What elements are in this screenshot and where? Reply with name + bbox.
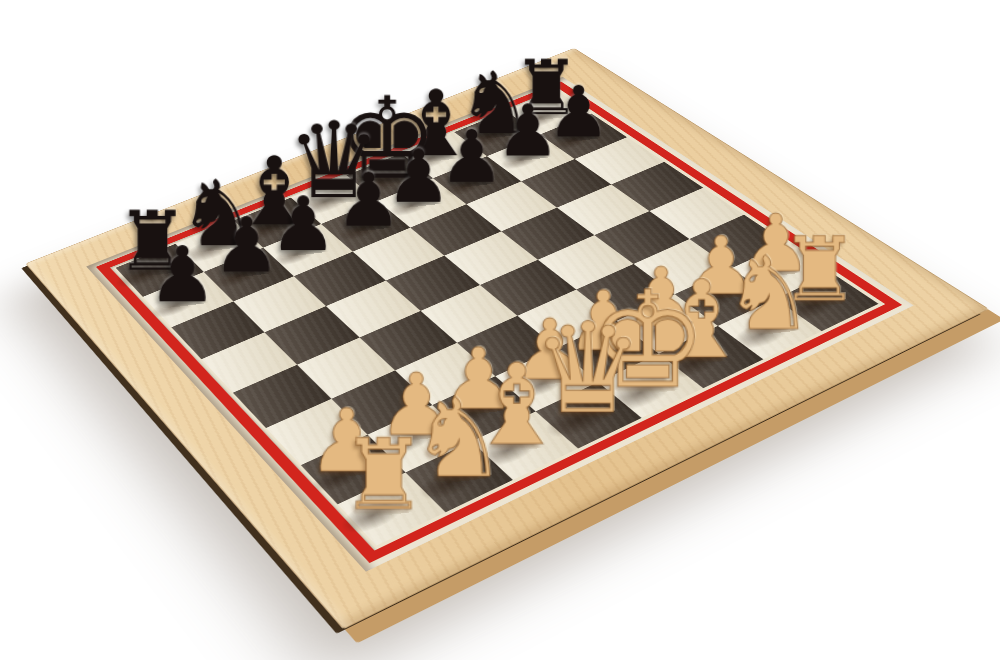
piece-shadow — [432, 393, 508, 437]
piece-shadow — [504, 363, 579, 406]
piece-shadow — [617, 311, 690, 352]
board-frame: ♜♞♝♛♚♝♞♜♟♟♟♟♟♟♟♟♟♟♟♟♟♟♟♟♜♞♝♛♚♝♞♜ — [25, 48, 989, 629]
piece-shadow — [559, 334, 633, 376]
piece-shadow — [678, 279, 750, 318]
piece-shadow — [369, 418, 446, 464]
chess-set-photo-scene: ♜♞♝♛♚♝♞♜♟♟♟♟♟♟♟♟♟♟♟♟♟♟♟♟♜♞♝♛♚♝♞♜ — [0, 0, 1000, 660]
